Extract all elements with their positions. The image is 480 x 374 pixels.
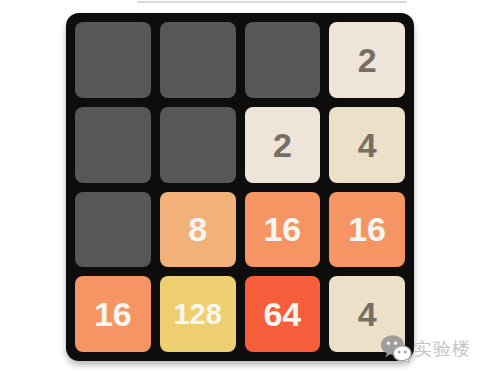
tile-cell-r4c1: 16 (75, 276, 151, 352)
tile-cell-r3c1 (75, 192, 151, 268)
tile-cell-r1c2 (160, 22, 236, 98)
tile-cell-r1c1 (75, 22, 151, 98)
top-divider (137, 1, 407, 3)
tile-cell-r3c3: 16 (245, 192, 321, 268)
tile-cell-r3c4: 16 (329, 192, 405, 268)
tile-cell-r4c2: 128 (160, 276, 236, 352)
tile-cell-r3c2: 8 (160, 192, 236, 268)
tile-cell-r2c2 (160, 107, 236, 183)
wechat-icon (380, 334, 412, 363)
tile-cell-r2c1 (75, 107, 151, 183)
board-2048[interactable]: 2248161616128644 (66, 13, 414, 361)
tile-cell-r2c4: 4 (329, 107, 405, 183)
watermark-text: 实验楼 (414, 337, 471, 361)
tile-cell-r1c4: 2 (329, 22, 405, 98)
tile-cell-r2c3: 2 (245, 107, 321, 183)
watermark: 实验楼 (380, 334, 471, 363)
tile-cell-r4c3: 64 (245, 276, 321, 352)
tile-cell-r1c3 (245, 22, 321, 98)
